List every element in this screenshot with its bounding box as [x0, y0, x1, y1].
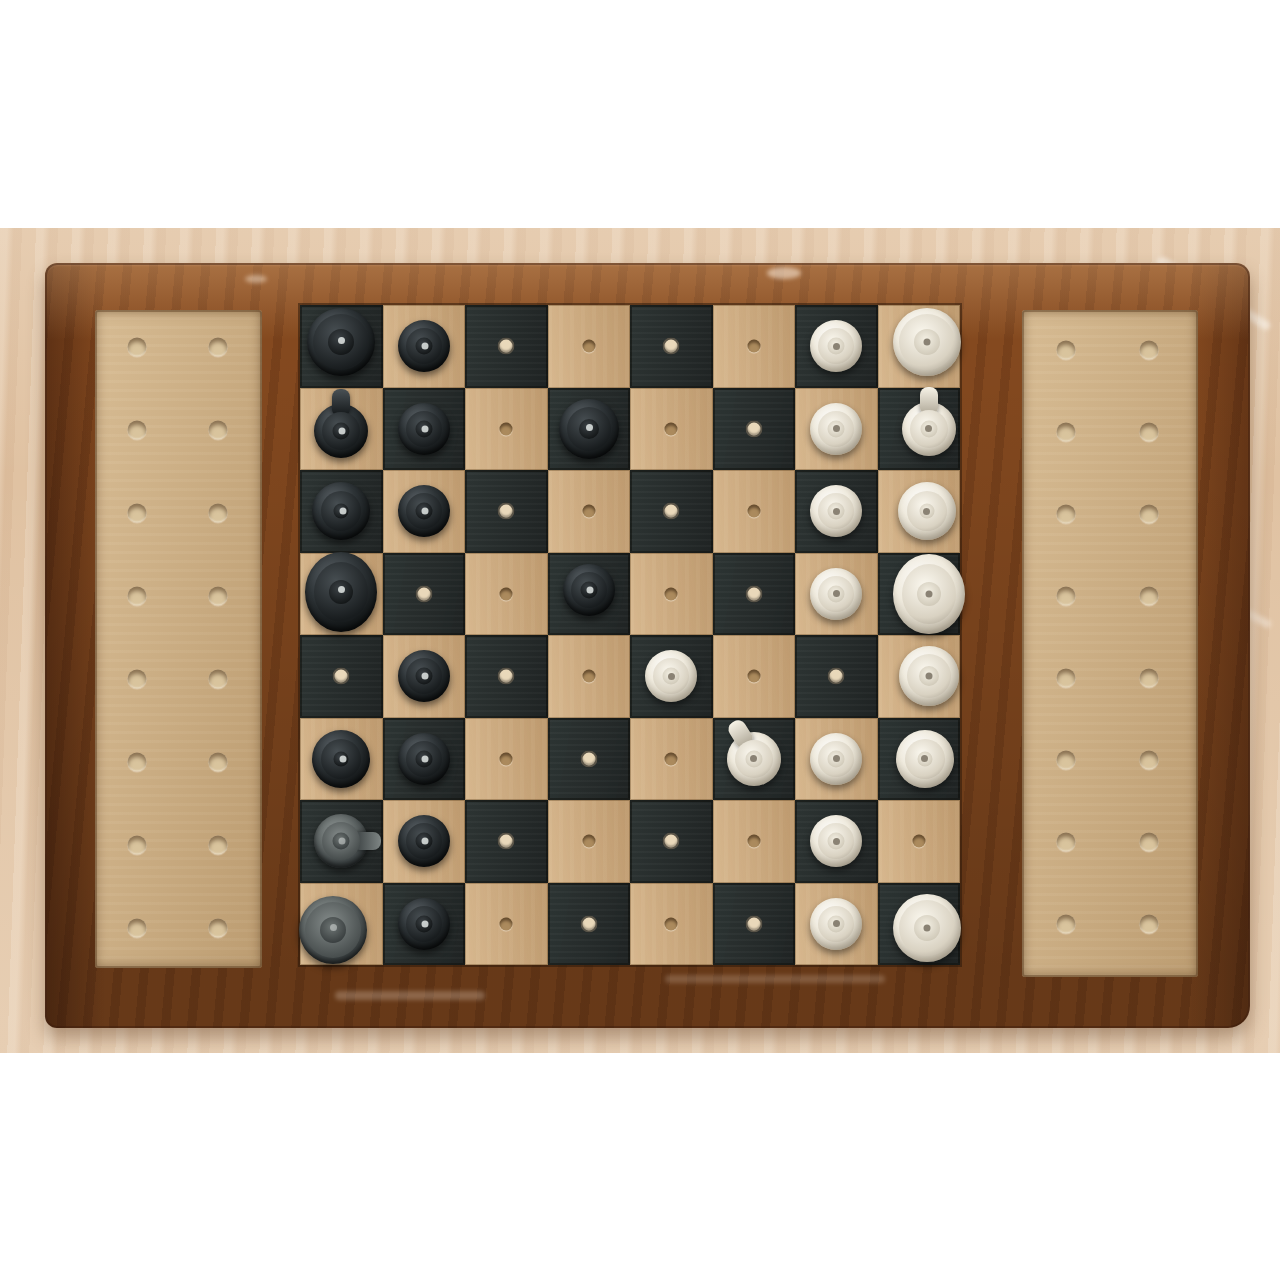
square-f1	[878, 470, 961, 553]
tray-peg-hole	[1140, 751, 1159, 770]
tray-peg-hole	[1140, 587, 1159, 606]
square-c3	[713, 718, 796, 801]
tray-peg-hole	[128, 919, 147, 938]
peg-hole	[828, 833, 845, 850]
square-c6	[465, 718, 548, 801]
frame-scuff	[665, 975, 885, 983]
peg-hole	[415, 750, 432, 767]
square-b8	[300, 800, 383, 883]
square-e3	[713, 553, 796, 636]
peg-hole	[910, 420, 927, 437]
square-g5	[548, 388, 631, 471]
tray-peg-hole	[128, 504, 147, 523]
square-d8	[300, 635, 383, 718]
square-b4	[630, 800, 713, 883]
square-h6	[465, 305, 548, 388]
peg-hole	[500, 587, 513, 600]
square-f5	[548, 470, 631, 553]
tray-peg-hole	[128, 836, 147, 855]
peg-hole	[912, 340, 925, 353]
peg-hole	[663, 338, 680, 355]
peg-hole	[500, 752, 513, 765]
square-g8	[300, 388, 383, 471]
frame-scuff	[767, 267, 801, 279]
playing-board	[300, 305, 960, 965]
square-e1	[878, 553, 961, 636]
tray-peg-hole	[1140, 423, 1159, 442]
square-e4	[630, 553, 713, 636]
tray-peg-hole	[209, 504, 228, 523]
peg-hole	[333, 503, 350, 520]
tray-peg-hole	[128, 421, 147, 440]
square-e7	[383, 553, 466, 636]
peg-hole	[663, 668, 680, 685]
peg-hole	[830, 587, 843, 600]
peg-hole	[665, 422, 678, 435]
square-d5	[548, 635, 631, 718]
right-capture-tray	[1022, 310, 1198, 977]
peg-hole	[417, 670, 430, 683]
tray-peg-hole	[209, 338, 228, 357]
tray-peg-hole	[128, 587, 147, 606]
square-c2	[795, 718, 878, 801]
peg-hole	[665, 917, 678, 930]
peg-hole	[335, 752, 348, 765]
product-photo	[0, 228, 1280, 1053]
square-a1	[878, 883, 961, 966]
square-f4	[630, 470, 713, 553]
tray-peg-hole	[1057, 669, 1076, 688]
peg-hole	[335, 587, 348, 600]
square-g1	[878, 388, 961, 471]
tray-peg-hole	[1140, 833, 1159, 852]
tray-peg-hole	[128, 753, 147, 772]
peg-hole	[582, 340, 595, 353]
square-c5	[548, 718, 631, 801]
peg-hole	[417, 835, 430, 848]
peg-hole	[500, 917, 513, 930]
peg-hole	[663, 503, 680, 520]
peg-hole	[498, 668, 515, 685]
square-h5	[548, 305, 631, 388]
tray-peg-hole	[209, 587, 228, 606]
peg-hole	[417, 340, 430, 353]
square-e5	[548, 553, 631, 636]
peg-hole	[580, 420, 597, 437]
peg-hole	[582, 835, 595, 848]
square-a7	[383, 883, 466, 966]
peg-hole	[417, 505, 430, 518]
square-g3	[713, 388, 796, 471]
square-d7	[383, 635, 466, 718]
square-h8	[300, 305, 383, 388]
peg-hole	[912, 505, 925, 518]
tray-peg-hole	[1057, 751, 1076, 770]
peg-hole	[745, 585, 762, 602]
chessboard-frame	[45, 263, 1250, 1028]
square-e8	[300, 553, 383, 636]
square-c7	[383, 718, 466, 801]
square-a5	[548, 883, 631, 966]
tray-peg-hole	[1057, 915, 1076, 934]
peg-hole	[335, 422, 348, 435]
square-h2	[795, 305, 878, 388]
left-capture-tray	[95, 310, 262, 968]
square-b7	[383, 800, 466, 883]
square-a2	[795, 883, 878, 966]
square-f7	[383, 470, 466, 553]
square-g2	[795, 388, 878, 471]
peg-hole	[665, 587, 678, 600]
tray-peg-hole	[128, 338, 147, 357]
frame-scuff	[335, 991, 485, 1000]
peg-hole	[747, 670, 760, 683]
peg-hole	[745, 420, 762, 437]
peg-hole	[498, 833, 515, 850]
peg-hole	[830, 422, 843, 435]
square-h4	[630, 305, 713, 388]
peg-hole	[828, 668, 845, 685]
tray-peg-hole	[1057, 423, 1076, 442]
tray-peg-hole	[128, 670, 147, 689]
peg-hole	[333, 338, 350, 355]
peg-hole	[498, 338, 515, 355]
square-d2	[795, 635, 878, 718]
square-c4	[630, 718, 713, 801]
peg-hole	[745, 915, 762, 932]
page-background	[0, 0, 1280, 1280]
peg-hole	[333, 833, 350, 850]
peg-hole	[830, 752, 843, 765]
peg-hole	[828, 338, 845, 355]
square-f6	[465, 470, 548, 553]
tray-peg-hole	[209, 421, 228, 440]
peg-hole	[747, 835, 760, 848]
square-a8	[300, 883, 383, 966]
square-c8	[300, 718, 383, 801]
square-c1	[878, 718, 961, 801]
square-g7	[383, 388, 466, 471]
square-a4	[630, 883, 713, 966]
square-b1	[878, 800, 961, 883]
square-e6	[465, 553, 548, 636]
tray-peg-hole	[1057, 833, 1076, 852]
square-g6	[465, 388, 548, 471]
square-d3	[713, 635, 796, 718]
tray-peg-hole	[1140, 915, 1159, 934]
peg-hole	[910, 915, 927, 932]
tray-peg-hole	[209, 919, 228, 938]
square-d6	[465, 635, 548, 718]
peg-hole	[910, 585, 927, 602]
peg-hole	[333, 668, 350, 685]
square-d4	[630, 635, 713, 718]
peg-hole	[663, 833, 680, 850]
square-h7	[383, 305, 466, 388]
tray-peg-hole	[209, 753, 228, 772]
tray-peg-hole	[1057, 505, 1076, 524]
peg-hole	[415, 585, 432, 602]
square-d1	[878, 635, 961, 718]
tray-peg-hole	[1057, 341, 1076, 360]
square-f3	[713, 470, 796, 553]
tray-peg-hole	[1140, 505, 1159, 524]
peg-hole	[580, 750, 597, 767]
tray-peg-hole	[1057, 587, 1076, 606]
peg-hole	[912, 670, 925, 683]
square-f8	[300, 470, 383, 553]
square-f2	[795, 470, 878, 553]
square-b5	[548, 800, 631, 883]
peg-hole	[335, 917, 348, 930]
peg-hole	[665, 752, 678, 765]
square-g4	[630, 388, 713, 471]
peg-hole	[580, 585, 597, 602]
peg-hole	[830, 917, 843, 930]
peg-hole	[912, 835, 925, 848]
peg-hole	[580, 915, 597, 932]
square-a6	[465, 883, 548, 966]
square-h3	[713, 305, 796, 388]
peg-hole	[415, 915, 432, 932]
tray-peg-hole	[1140, 341, 1159, 360]
square-b3	[713, 800, 796, 883]
tray-peg-hole	[209, 836, 228, 855]
peg-hole	[747, 505, 760, 518]
peg-hole	[498, 503, 515, 520]
square-b6	[465, 800, 548, 883]
peg-hole	[910, 750, 927, 767]
peg-hole	[582, 670, 595, 683]
peg-hole	[745, 750, 762, 767]
square-b2	[795, 800, 878, 883]
tray-peg-hole	[1140, 669, 1159, 688]
square-a3	[713, 883, 796, 966]
peg-hole	[582, 505, 595, 518]
peg-hole	[828, 503, 845, 520]
square-e2	[795, 553, 878, 636]
peg-hole	[747, 340, 760, 353]
peg-hole	[500, 422, 513, 435]
frame-scuff	[245, 275, 267, 283]
peg-hole	[415, 420, 432, 437]
square-h1	[878, 305, 961, 388]
tray-peg-hole	[209, 670, 228, 689]
